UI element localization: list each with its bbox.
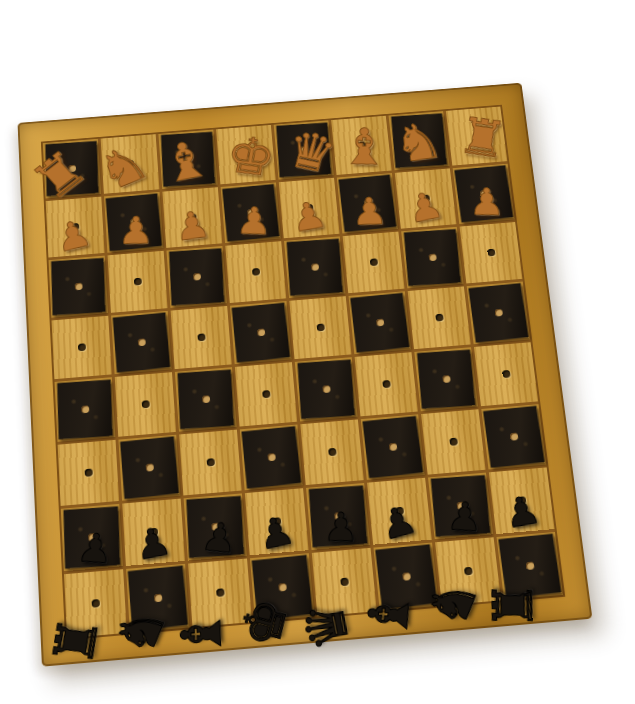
peg-hole xyxy=(133,278,141,286)
square-r4c2[interactable] xyxy=(115,372,176,437)
square-r4c5[interactable] xyxy=(295,357,358,421)
square-r6c5[interactable] xyxy=(284,236,345,298)
peg-hole xyxy=(449,438,458,446)
square-r8c5[interactable]: ♛ xyxy=(274,120,334,179)
piece-black-bishop[interactable]: ♝ xyxy=(174,608,228,660)
square-r8c6[interactable]: ♝ xyxy=(331,116,392,175)
square-r3c4[interactable] xyxy=(240,425,303,491)
square-r8c8[interactable]: ♜ xyxy=(446,107,507,166)
peg-hole xyxy=(77,343,85,351)
peg-hole xyxy=(197,333,205,341)
peg-hole xyxy=(262,390,270,398)
piece-black-rook[interactable]: ♜ xyxy=(46,613,105,668)
piece-black-queen[interactable]: ♛ xyxy=(296,597,356,655)
board-perspective-wrapper: ♜♞♝♚♛♝♞♜♟♟♟♟♟♟♟♟♟♟♟♟♟♟♟♟♜♞♝♚♛♝♞♜ xyxy=(18,83,593,667)
square-r5c2[interactable] xyxy=(111,311,172,374)
square-r2c2[interactable]: ♟ xyxy=(122,499,185,566)
peg-hole xyxy=(463,567,472,576)
piece-white-bishop[interactable]: ♝ xyxy=(339,123,388,171)
peg-hole xyxy=(487,249,495,257)
square-r6c6[interactable] xyxy=(343,232,405,294)
square-r2c5[interactable]: ♟ xyxy=(306,483,370,550)
peg-hole xyxy=(91,599,99,608)
piece-black-knight[interactable]: ♞ xyxy=(419,570,485,635)
square-r3c3[interactable] xyxy=(179,430,241,496)
piece-white-pawn[interactable]: ♟ xyxy=(403,187,447,229)
peg-hole xyxy=(340,578,349,587)
piece-white-pawn[interactable]: ♟ xyxy=(51,215,94,258)
square-r2c7[interactable]: ♟ xyxy=(428,473,493,540)
peg-hole xyxy=(382,380,391,388)
square-r3c5[interactable] xyxy=(300,419,363,485)
square-r7c4[interactable]: ♟ xyxy=(221,182,281,243)
peg-hole xyxy=(141,400,149,408)
square-r6c3[interactable] xyxy=(166,246,226,308)
square-r4c1[interactable] xyxy=(55,377,116,442)
piece-white-bishop[interactable]: ♝ xyxy=(156,134,214,191)
square-r4c4[interactable] xyxy=(235,362,297,426)
square-r2c4[interactable]: ♟ xyxy=(245,488,309,555)
peg-hole xyxy=(252,268,260,276)
piece-black-pawn[interactable]: ♟ xyxy=(500,490,543,533)
piece-white-pawn[interactable]: ♟ xyxy=(117,213,153,249)
square-r4c8[interactable] xyxy=(474,342,538,406)
square-r5c6[interactable] xyxy=(349,291,412,354)
square-r3c7[interactable] xyxy=(421,409,485,474)
chess-board-frame: ♜♞♝♚♛♝♞♜♟♟♟♟♟♟♟♟♟♟♟♟♟♟♟♟♜♞♝♚♛♝♞♜ xyxy=(18,83,593,667)
peg-hole xyxy=(316,324,324,332)
square-r7c3[interactable]: ♟ xyxy=(162,187,222,248)
square-r8c2[interactable]: ♞ xyxy=(101,134,160,194)
square-r6c8[interactable] xyxy=(460,222,523,283)
square-r2c3[interactable]: ♟ xyxy=(184,493,247,560)
piece-black-pawn[interactable]: ♟ xyxy=(322,508,358,546)
square-r3c1[interactable] xyxy=(58,440,119,506)
peg-hole xyxy=(206,458,214,466)
square-r7c7[interactable]: ♟ xyxy=(395,168,457,228)
peg-hole xyxy=(328,448,337,456)
piece-black-rook[interactable]: ♜ xyxy=(487,580,539,629)
piece-white-pawn[interactable]: ♟ xyxy=(350,194,387,230)
piece-white-rook[interactable]: ♜ xyxy=(454,111,509,165)
square-r5c4[interactable] xyxy=(230,301,292,364)
piece-black-pawn[interactable]: ♟ xyxy=(254,511,297,555)
square-r6c4[interactable] xyxy=(225,241,286,303)
piece-white-king[interactable]: ♚ xyxy=(223,130,278,183)
piece-black-pawn[interactable]: ♟ xyxy=(199,517,239,558)
square-r8c4[interactable]: ♚ xyxy=(216,125,276,184)
square-r4c6[interactable] xyxy=(355,352,418,416)
piece-black-pawn[interactable]: ♟ xyxy=(131,521,173,565)
square-r1c8[interactable]: ♜ xyxy=(497,532,563,600)
peg-hole xyxy=(502,370,511,378)
square-r5c5[interactable] xyxy=(289,296,351,359)
square-r2c8[interactable]: ♟ xyxy=(489,467,555,534)
piece-black-pawn[interactable]: ♟ xyxy=(375,500,420,545)
photo-canvas: ♜♞♝♚♛♝♞♜♟♟♟♟♟♟♟♟♟♟♟♟♟♟♟♟♜♞♝♚♛♝♞♜ xyxy=(0,0,635,704)
square-r2c1[interactable]: ♟ xyxy=(61,504,123,571)
square-r7c5[interactable]: ♟ xyxy=(279,178,340,239)
square-r3c6[interactable] xyxy=(361,414,425,480)
peg-hole xyxy=(216,588,225,597)
piece-white-pawn[interactable]: ♟ xyxy=(172,206,213,246)
square-r6c1[interactable] xyxy=(49,256,109,318)
square-r6c7[interactable] xyxy=(401,227,463,289)
piece-black-pawn[interactable]: ♟ xyxy=(445,497,482,536)
square-r6c2[interactable] xyxy=(108,251,168,313)
square-r5c8[interactable] xyxy=(467,282,531,345)
square-r3c2[interactable] xyxy=(118,435,180,501)
square-r5c1[interactable] xyxy=(52,316,112,379)
square-r4c7[interactable] xyxy=(414,347,478,411)
square-r8c3[interactable]: ♝ xyxy=(158,130,217,190)
square-r2c6[interactable]: ♟ xyxy=(367,478,432,545)
piece-black-pawn[interactable]: ♟ xyxy=(75,528,115,568)
peg-hole xyxy=(369,258,377,266)
square-r4c3[interactable] xyxy=(175,367,237,432)
piece-white-pawn[interactable]: ♟ xyxy=(235,203,272,239)
square-r5c7[interactable] xyxy=(408,286,471,349)
piece-white-pawn[interactable]: ♟ xyxy=(287,197,329,238)
piece-white-knight[interactable]: ♞ xyxy=(389,116,446,170)
square-r7c6[interactable]: ♟ xyxy=(337,173,398,233)
chess-board: ♜♞♝♚♛♝♞♜♟♟♟♟♟♟♟♟♟♟♟♟♟♟♟♟♜♞♝♚♛♝♞♜ xyxy=(41,105,565,641)
piece-black-bishop[interactable]: ♝ xyxy=(361,588,416,641)
square-r5c3[interactable] xyxy=(171,306,232,369)
square-r7c8[interactable]: ♟ xyxy=(453,164,515,224)
square-r8c7[interactable]: ♞ xyxy=(389,111,450,170)
piece-white-pawn[interactable]: ♟ xyxy=(468,185,504,221)
piece-black-king[interactable]: ♚ xyxy=(233,593,295,652)
peg-hole xyxy=(435,314,443,322)
peg-hole xyxy=(84,469,92,477)
square-r3c8[interactable] xyxy=(481,404,546,469)
